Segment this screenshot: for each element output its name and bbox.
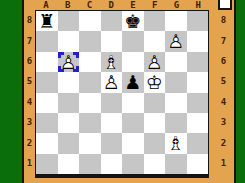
square-c1[interactable] xyxy=(79,154,101,174)
rank-label-right-6: 6 xyxy=(211,51,236,71)
file-label-e: E xyxy=(122,0,144,10)
file-label-b: B xyxy=(57,0,79,10)
square-a2[interactable] xyxy=(36,133,58,153)
square-d2[interactable] xyxy=(101,133,123,153)
white-pawn: ♟♙ xyxy=(165,31,187,51)
square-g5[interactable] xyxy=(165,72,187,92)
rank-label-left-3: 3 xyxy=(24,112,35,132)
rank-label-right-2: 2 xyxy=(211,132,236,152)
square-g6[interactable] xyxy=(165,52,187,72)
rank-label-right-8: 8 xyxy=(211,10,236,30)
rank-label-left-1: 1 xyxy=(24,153,35,173)
square-a3[interactable] xyxy=(36,113,58,133)
rank-labels-left: 87654321 xyxy=(24,10,35,173)
square-g1[interactable] xyxy=(165,154,187,174)
rank-label-right-5: 5 xyxy=(211,71,236,91)
rank-labels-right: 87654321 xyxy=(211,10,236,173)
square-a6[interactable] xyxy=(36,52,58,72)
square-f1[interactable] xyxy=(144,154,166,174)
white-bishop: ♝♗ xyxy=(165,133,187,153)
square-g4[interactable] xyxy=(165,93,187,113)
square-f3[interactable] xyxy=(144,113,166,133)
rank-label-left-5: 5 xyxy=(24,71,35,91)
square-a1[interactable] xyxy=(36,154,58,174)
square-b5[interactable] xyxy=(58,72,80,92)
square-d3[interactable] xyxy=(101,113,123,133)
square-h3[interactable] xyxy=(187,113,209,133)
board-frame: ABCDEFGH 87654321 ♜♚♟♙♟♙♝♗♟♙♟♙♟♚♔♝♗ 8765… xyxy=(22,0,236,183)
file-label-h: H xyxy=(187,0,209,10)
file-label-c: C xyxy=(79,0,101,10)
rank-label-left-4: 4 xyxy=(24,92,35,112)
square-d1[interactable] xyxy=(101,154,123,174)
white-king: ♚♔ xyxy=(144,72,166,92)
square-h6[interactable] xyxy=(187,52,209,72)
square-d8[interactable] xyxy=(101,11,123,31)
file-label-g: G xyxy=(166,0,188,10)
board-corner-marker xyxy=(218,0,232,10)
square-h8[interactable] xyxy=(187,11,209,31)
square-d5[interactable]: ♟♙ xyxy=(101,72,123,92)
square-g3[interactable] xyxy=(165,113,187,133)
square-f8[interactable] xyxy=(144,11,166,31)
square-a4[interactable] xyxy=(36,93,58,113)
square-h1[interactable] xyxy=(187,154,209,174)
square-c5[interactable] xyxy=(79,72,101,92)
board-grid: ♜♚♟♙♟♙♝♗♟♙♟♙♟♚♔♝♗ xyxy=(35,10,209,178)
file-label-a: A xyxy=(35,0,57,10)
square-b6[interactable]: ♟♙ xyxy=(58,52,80,72)
square-e6[interactable] xyxy=(122,52,144,72)
square-d4[interactable] xyxy=(101,93,123,113)
black-pawn: ♟ xyxy=(122,72,144,92)
rank-label-left-7: 7 xyxy=(24,30,35,50)
white-bishop: ♝♗ xyxy=(101,52,123,72)
rank-label-left-2: 2 xyxy=(24,132,35,152)
square-e1[interactable] xyxy=(122,154,144,174)
square-b4[interactable] xyxy=(58,93,80,113)
square-e2[interactable] xyxy=(122,133,144,153)
square-h5[interactable] xyxy=(187,72,209,92)
rank-label-right-7: 7 xyxy=(211,30,236,50)
square-b1[interactable] xyxy=(58,154,80,174)
black-rook: ♜ xyxy=(36,11,58,31)
file-label-f: F xyxy=(144,0,166,10)
square-a8[interactable]: ♜ xyxy=(36,11,58,31)
square-f7[interactable] xyxy=(144,31,166,51)
square-b8[interactable] xyxy=(58,11,80,31)
square-c3[interactable] xyxy=(79,113,101,133)
square-e3[interactable] xyxy=(122,113,144,133)
file-labels: ABCDEFGH xyxy=(35,0,209,10)
square-g8[interactable] xyxy=(165,11,187,31)
square-e7[interactable] xyxy=(122,31,144,51)
black-king: ♚ xyxy=(122,11,144,31)
square-h7[interactable] xyxy=(187,31,209,51)
square-f4[interactable] xyxy=(144,93,166,113)
rank-label-right-1: 1 xyxy=(211,153,236,173)
square-c6[interactable] xyxy=(79,52,101,72)
square-g2[interactable]: ♝♗ xyxy=(165,133,187,153)
rank-label-left-6: 6 xyxy=(24,51,35,71)
square-b7[interactable] xyxy=(58,31,80,51)
selection-cursor-corner-tl xyxy=(58,52,64,58)
white-pawn: ♟♙ xyxy=(101,72,123,92)
square-e8[interactable]: ♚ xyxy=(122,11,144,31)
square-a5[interactable] xyxy=(36,72,58,92)
square-a7[interactable] xyxy=(36,31,58,51)
square-d7[interactable] xyxy=(101,31,123,51)
square-e4[interactable] xyxy=(122,93,144,113)
square-h2[interactable] xyxy=(187,133,209,153)
square-f5[interactable]: ♚♔ xyxy=(144,72,166,92)
square-b2[interactable] xyxy=(58,133,80,153)
square-h4[interactable] xyxy=(187,93,209,113)
white-pawn: ♟♙ xyxy=(144,52,166,72)
square-e5[interactable]: ♟ xyxy=(122,72,144,92)
square-b3[interactable] xyxy=(58,113,80,133)
square-g7[interactable]: ♟♙ xyxy=(165,31,187,51)
square-d6[interactable]: ♝♗ xyxy=(101,52,123,72)
square-c4[interactable] xyxy=(79,93,101,113)
rank-label-left-8: 8 xyxy=(24,10,35,30)
square-f2[interactable] xyxy=(144,133,166,153)
rank-label-right-3: 3 xyxy=(211,112,236,132)
file-label-d: D xyxy=(100,0,122,10)
rank-label-right-4: 4 xyxy=(211,92,236,112)
square-c2[interactable] xyxy=(79,133,101,153)
square-c7[interactable] xyxy=(79,31,101,51)
square-c8[interactable] xyxy=(79,11,101,31)
square-f6[interactable]: ♟♙ xyxy=(144,52,166,72)
